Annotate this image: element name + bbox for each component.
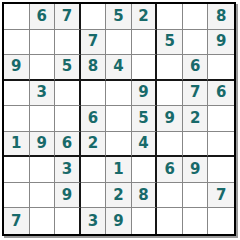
cell-r2c4: 7 (81, 30, 107, 56)
cell-r3c2[interactable] (30, 55, 56, 81)
cell-r5c2[interactable] (30, 106, 56, 132)
cell-r7c7: 6 (157, 157, 183, 183)
cell-r2c5[interactable] (106, 30, 132, 56)
page: 6752875995846397665921962431699287739 (0, 0, 240, 238)
cell-r6c9[interactable] (208, 132, 234, 158)
cell-r3c7[interactable] (157, 55, 183, 81)
cell-r7c2[interactable] (30, 157, 56, 183)
cell-r2c3[interactable] (55, 30, 81, 56)
cell-r7c9[interactable] (208, 157, 234, 183)
cell-r6c2: 9 (30, 132, 56, 158)
cell-r2c9: 9 (208, 30, 234, 56)
cell-r3c5: 4 (106, 55, 132, 81)
cell-r9c6[interactable] (132, 208, 158, 234)
cell-r8c4[interactable] (81, 183, 107, 209)
cell-r9c9[interactable] (208, 208, 234, 234)
cell-r9c3[interactable] (55, 208, 81, 234)
cell-r8c1[interactable] (4, 183, 30, 209)
cell-r2c1[interactable] (4, 30, 30, 56)
cell-r3c8: 6 (183, 55, 209, 81)
cell-r4c5[interactable] (106, 81, 132, 107)
cell-r9c5: 9 (106, 208, 132, 234)
cell-r5c3[interactable] (55, 106, 81, 132)
cell-r5c8: 2 (183, 106, 209, 132)
cell-r3c4: 8 (81, 55, 107, 81)
cell-r1c9: 8 (208, 4, 234, 30)
cell-r4c2: 3 (30, 81, 56, 107)
cell-r4c9: 6 (208, 81, 234, 107)
cell-r7c6[interactable] (132, 157, 158, 183)
cell-r8c9: 7 (208, 183, 234, 209)
cell-r1c8[interactable] (183, 4, 209, 30)
cell-r7c5: 1 (106, 157, 132, 183)
cell-r8c7[interactable] (157, 183, 183, 209)
cell-r1c7[interactable] (157, 4, 183, 30)
cell-r1c1[interactable] (4, 4, 30, 30)
cell-r4c7[interactable] (157, 81, 183, 107)
cell-r5c4: 6 (81, 106, 107, 132)
cell-r3c3: 5 (55, 55, 81, 81)
cell-r3c9[interactable] (208, 55, 234, 81)
cell-r6c8[interactable] (183, 132, 209, 158)
cell-r1c3: 7 (55, 4, 81, 30)
cell-r9c2[interactable] (30, 208, 56, 234)
cell-r2c2[interactable] (30, 30, 56, 56)
cell-r4c1[interactable] (4, 81, 30, 107)
cell-r1c5: 5 (106, 4, 132, 30)
cell-r8c6: 8 (132, 183, 158, 209)
cell-r3c1: 9 (4, 55, 30, 81)
cell-r4c6: 9 (132, 81, 158, 107)
sudoku-board: 6752875995846397665921962431699287739 (2, 2, 236, 236)
cell-r8c8[interactable] (183, 183, 209, 209)
cell-r7c1[interactable] (4, 157, 30, 183)
cell-r8c5: 2 (106, 183, 132, 209)
cell-r8c2[interactable] (30, 183, 56, 209)
cell-r6c4: 2 (81, 132, 107, 158)
cell-r7c8: 9 (183, 157, 209, 183)
cell-r6c1: 1 (4, 132, 30, 158)
cell-r6c5[interactable] (106, 132, 132, 158)
cell-r7c4[interactable] (81, 157, 107, 183)
cell-r1c2: 6 (30, 4, 56, 30)
cell-r9c7[interactable] (157, 208, 183, 234)
cell-r7c3: 3 (55, 157, 81, 183)
cell-r6c7[interactable] (157, 132, 183, 158)
cell-r5c9[interactable] (208, 106, 234, 132)
cell-r5c7: 9 (157, 106, 183, 132)
cell-r2c7: 5 (157, 30, 183, 56)
cell-r5c6: 5 (132, 106, 158, 132)
cell-r6c6: 4 (132, 132, 158, 158)
cell-r4c8: 7 (183, 81, 209, 107)
cell-r2c8[interactable] (183, 30, 209, 56)
cell-r6c3: 6 (55, 132, 81, 158)
cell-r2c6[interactable] (132, 30, 158, 56)
cell-r9c8[interactable] (183, 208, 209, 234)
cell-r5c1[interactable] (4, 106, 30, 132)
cell-r9c4: 3 (81, 208, 107, 234)
cell-r4c4[interactable] (81, 81, 107, 107)
cell-r4c3[interactable] (55, 81, 81, 107)
cell-r5c5[interactable] (106, 106, 132, 132)
cell-r1c4[interactable] (81, 4, 107, 30)
cell-r9c1: 7 (4, 208, 30, 234)
cell-r3c6[interactable] (132, 55, 158, 81)
cell-r1c6: 2 (132, 4, 158, 30)
cell-r8c3: 9 (55, 183, 81, 209)
